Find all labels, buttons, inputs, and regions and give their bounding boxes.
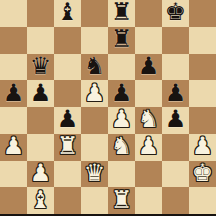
white-bishop-icon: ♝	[30, 188, 52, 212]
square-h4[interactable]	[189, 107, 216, 134]
square-g3[interactable]	[162, 134, 189, 161]
chess-board: ♝♜♚♜♛♞♟♟♟♟♟♟♟♟♞♟♟♜♞♟♟♟♛♚♝♜	[0, 0, 216, 216]
square-g8[interactable]: ♚	[162, 0, 189, 27]
white-knight-icon: ♞	[111, 134, 133, 158]
square-g6[interactable]	[162, 54, 189, 81]
square-g4[interactable]: ♟	[162, 107, 189, 134]
black-pawn-icon: ♟	[138, 54, 160, 78]
square-b1[interactable]: ♝	[27, 187, 54, 214]
square-b3[interactable]	[27, 134, 54, 161]
square-a4[interactable]	[0, 107, 27, 134]
square-h3[interactable]: ♟	[189, 134, 216, 161]
black-bishop-icon: ♝	[57, 0, 79, 24]
black-pawn-icon: ♟	[111, 81, 133, 105]
square-c1[interactable]	[54, 187, 81, 214]
black-knight-icon: ♞	[84, 54, 106, 78]
square-f6[interactable]: ♟	[135, 54, 162, 81]
white-rook-icon: ♜	[57, 134, 79, 158]
square-f1[interactable]	[135, 187, 162, 214]
square-c7[interactable]	[54, 27, 81, 54]
square-e6[interactable]	[108, 54, 135, 81]
square-h8[interactable]	[189, 0, 216, 27]
square-b5[interactable]: ♟	[27, 80, 54, 107]
white-pawn-icon: ♟	[3, 134, 25, 158]
white-king-icon: ♚	[192, 161, 214, 185]
square-e4[interactable]: ♟	[108, 107, 135, 134]
black-queen-icon: ♛	[30, 54, 52, 78]
square-f2[interactable]	[135, 161, 162, 188]
black-pawn-icon: ♟	[57, 107, 79, 131]
square-a1[interactable]	[0, 187, 27, 214]
square-f7[interactable]	[135, 27, 162, 54]
black-pawn-icon: ♟	[165, 107, 187, 131]
white-pawn-icon: ♟	[138, 134, 160, 158]
square-a6[interactable]	[0, 54, 27, 81]
square-h2[interactable]: ♚	[189, 161, 216, 188]
square-c5[interactable]	[54, 80, 81, 107]
square-d3[interactable]	[81, 134, 108, 161]
white-queen-icon: ♛	[84, 161, 106, 185]
square-d8[interactable]	[81, 0, 108, 27]
square-g1[interactable]	[162, 187, 189, 214]
square-g5[interactable]: ♟	[162, 80, 189, 107]
square-d4[interactable]	[81, 107, 108, 134]
square-c2[interactable]	[54, 161, 81, 188]
square-d5[interactable]: ♟	[81, 80, 108, 107]
square-a2[interactable]	[0, 161, 27, 188]
square-c6[interactable]	[54, 54, 81, 81]
square-e7[interactable]: ♜	[108, 27, 135, 54]
square-h1[interactable]	[189, 187, 216, 214]
black-pawn-icon: ♟	[30, 81, 52, 105]
square-f4[interactable]: ♞	[135, 107, 162, 134]
square-e3[interactable]: ♞	[108, 134, 135, 161]
square-b8[interactable]	[27, 0, 54, 27]
square-c8[interactable]: ♝	[54, 0, 81, 27]
square-f5[interactable]	[135, 80, 162, 107]
square-a7[interactable]	[0, 27, 27, 54]
square-c3[interactable]: ♜	[54, 134, 81, 161]
square-b6[interactable]: ♛	[27, 54, 54, 81]
square-e5[interactable]: ♟	[108, 80, 135, 107]
square-d6[interactable]: ♞	[81, 54, 108, 81]
square-h6[interactable]	[189, 54, 216, 81]
square-h7[interactable]	[189, 27, 216, 54]
square-e2[interactable]	[108, 161, 135, 188]
square-c4[interactable]: ♟	[54, 107, 81, 134]
square-e8[interactable]: ♜	[108, 0, 135, 27]
square-d1[interactable]	[81, 187, 108, 214]
white-pawn-icon: ♟	[30, 161, 52, 185]
square-b4[interactable]	[27, 107, 54, 134]
square-e1[interactable]: ♜	[108, 187, 135, 214]
square-b7[interactable]	[27, 27, 54, 54]
square-b2[interactable]: ♟	[27, 161, 54, 188]
white-rook-icon: ♜	[111, 188, 133, 212]
white-knight-icon: ♞	[138, 107, 160, 131]
square-a3[interactable]: ♟	[0, 134, 27, 161]
black-rook-icon: ♜	[111, 0, 133, 24]
square-a8[interactable]	[0, 0, 27, 27]
square-f3[interactable]: ♟	[135, 134, 162, 161]
square-h5[interactable]	[189, 80, 216, 107]
black-king-icon: ♚	[165, 0, 187, 24]
black-rook-icon: ♜	[111, 27, 133, 51]
square-g2[interactable]	[162, 161, 189, 188]
square-g7[interactable]	[162, 27, 189, 54]
square-a5[interactable]: ♟	[0, 80, 27, 107]
white-pawn-icon: ♟	[192, 134, 214, 158]
white-pawn-icon: ♟	[84, 81, 106, 105]
white-pawn-icon: ♟	[111, 107, 133, 131]
square-f8[interactable]	[135, 0, 162, 27]
black-pawn-icon: ♟	[3, 81, 25, 105]
black-pawn-icon: ♟	[165, 81, 187, 105]
square-d7[interactable]	[81, 27, 108, 54]
square-d2[interactable]: ♛	[81, 161, 108, 188]
